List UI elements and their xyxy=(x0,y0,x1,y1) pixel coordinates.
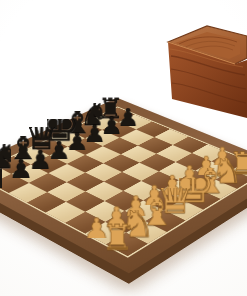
board-scene: ♜♟♟♜♞♟♟♞♝♟♟♝♚♟♟♚♛♟♟♛♝♟♟♝♞♟♟♞♜♟♟♜ xyxy=(0,0,247,296)
square-b6 xyxy=(29,173,67,192)
chess-board-grid: ♜♟♟♜♞♟♟♞♝♟♟♝♚♟♟♚♛♟♟♛♝♟♟♝♞♟♟♞♜♟♟♜ xyxy=(0,107,247,255)
product-photo-stage: ♜♟♟♜♞♟♟♞♝♟♟♝♚♟♟♚♛♟♟♛♝♟♟♝♞♟♟♞♜♟♟♜ xyxy=(0,0,247,296)
piece-black-bishop-c8: ♝ xyxy=(10,136,35,161)
chess-board: ♜♟♟♜♞♟♟♞♝♟♟♝♚♟♟♚♛♟♟♛♝♟♟♝♞♟♟♞♜♟♟♜ xyxy=(0,98,247,273)
piece-black-queen-d8: ♛ xyxy=(29,127,54,152)
playing-field: ♜♟♟♜♞♟♟♞♝♟♟♝♚♟♟♚♛♟♟♛♝♟♟♝♞♟♟♞♜♟♟♜ xyxy=(0,106,247,257)
piece-black-knight-b8: ♞ xyxy=(0,144,17,170)
square-d1: ♛ xyxy=(164,200,203,221)
